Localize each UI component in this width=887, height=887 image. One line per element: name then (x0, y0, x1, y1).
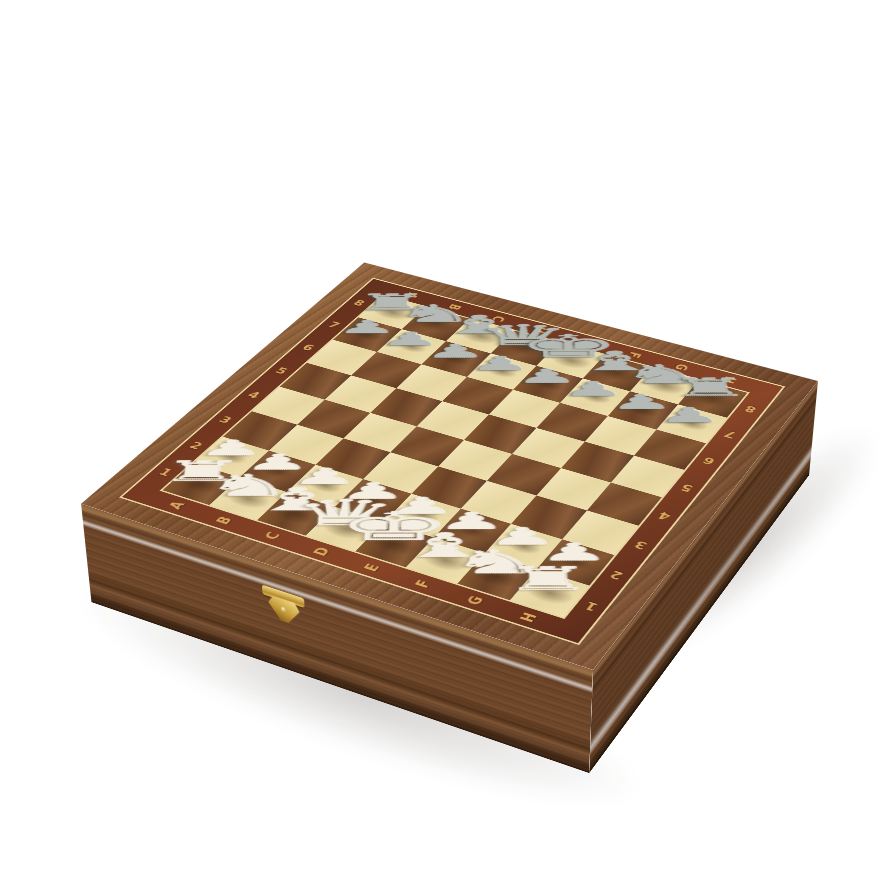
rank-label-5-right: 5 (671, 478, 704, 497)
square-h3 (562, 510, 638, 555)
shadow-e1 (365, 529, 425, 559)
square-c1 (257, 492, 335, 536)
file-label-a-near: A (160, 496, 195, 515)
square-d1 (306, 507, 384, 551)
shadow-b1 (219, 484, 278, 513)
product-photo: AA88BB77CC66DD55EE44FF33GG22HH11 ♜♞♝♛♚♝♞… (0, 0, 887, 887)
square-e4 (438, 440, 512, 481)
shadow-g2 (501, 535, 546, 558)
rank-label-3-right: 3 (624, 535, 658, 555)
square-h5 (611, 456, 684, 498)
square-h1 (510, 569, 589, 617)
pawn-glyph: ♟ (609, 405, 769, 426)
square-g5 (561, 442, 634, 483)
file-label-g-near: G (458, 590, 494, 612)
rank-label-4-right: 4 (648, 506, 681, 525)
square-g4 (536, 468, 610, 510)
file-label-e-near: E (355, 557, 390, 578)
file-label-c-near: C (255, 526, 290, 546)
file-label-d-near: D (305, 542, 340, 562)
shadow-f1 (415, 545, 476, 576)
brass-latch (260, 584, 308, 635)
shadow-e2 (400, 504, 444, 526)
square-e2 (384, 494, 461, 538)
square-g1 (457, 553, 536, 600)
square-f4 (487, 454, 561, 496)
shadow-f2 (450, 520, 495, 542)
rank-label-2-right: 2 (599, 564, 634, 585)
square-e3 (412, 466, 487, 508)
shadow-d1 (315, 514, 375, 544)
square-g3 (511, 495, 587, 539)
chess-box: AA88BB77CC66DD55EE44FF33GG22HH11 ♜♞♝♛♚♝♞… (81, 262, 818, 669)
rank-label-6-right: 6 (693, 451, 725, 469)
square-f2 (434, 509, 511, 554)
square-h4 (587, 483, 662, 526)
shadow-c1 (266, 499, 325, 528)
square-e1 (355, 522, 433, 567)
shadow-h1 (519, 577, 581, 609)
rank-label-1-right: 1 (574, 595, 609, 617)
file-label-b-near: B (207, 511, 242, 531)
square-f1 (406, 537, 485, 583)
file-label-f-near: F (406, 573, 442, 594)
shadow-g1 (466, 561, 527, 593)
file-label-h-near: H (511, 607, 547, 629)
square-g2 (485, 524, 563, 569)
square-f3 (461, 481, 537, 524)
square-h2 (537, 539, 615, 585)
shadow-h2 (553, 551, 598, 574)
